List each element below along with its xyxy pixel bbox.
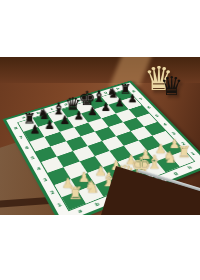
coord-file-b-top: b	[36, 111, 41, 115]
chess-set-photo: ♜♞♝♛♚♝♞♜♟♟♟♟♟♟♟♟♟♟♟♟♟♟♟♟♜♞♝♛♚♝♞♜ aabbccd…	[0, 57, 200, 215]
piece-white-knight-g1: ♞	[161, 150, 178, 166]
coord-rank-8-right: 8	[131, 90, 136, 93]
coord-rank-7-right: 7	[139, 98, 144, 101]
coord-rank-5-left: 5	[30, 156, 35, 160]
coord-rank-6-right: 6	[146, 106, 151, 109]
coord-rank-2-right: 2	[180, 142, 186, 146]
coord-rank-8-left: 8	[14, 126, 19, 130]
coord-rank-2-left: 2	[49, 190, 55, 195]
coord-file-h-bottom: h	[187, 165, 193, 170]
coord-rank-1-right: 1	[190, 152, 196, 156]
coord-file-g-bottom: g	[172, 171, 178, 176]
coord-rank-1-left: 1	[57, 202, 63, 207]
coord-file-b-bottom: b	[94, 202, 100, 207]
coord-rank-7-left: 7	[19, 136, 24, 140]
coord-rank-3-left: 3	[43, 178, 49, 183]
coord-rank-4-right: 4	[163, 123, 168, 127]
coord-rank-6-left: 6	[24, 146, 29, 150]
coord-rank-3-right: 3	[171, 132, 177, 136]
coord-file-a-bottom: a	[77, 208, 83, 214]
piece-white-pawn-h2: ♟	[166, 138, 183, 150]
coord-file-f-top: f	[90, 95, 94, 98]
coord-rank-4-left: 4	[36, 167, 41, 172]
piece-white-rook-h1: ♜	[175, 145, 192, 161]
extra-black-queen: ♛	[160, 73, 183, 99]
coord-rank-5-right: 5	[154, 114, 159, 118]
